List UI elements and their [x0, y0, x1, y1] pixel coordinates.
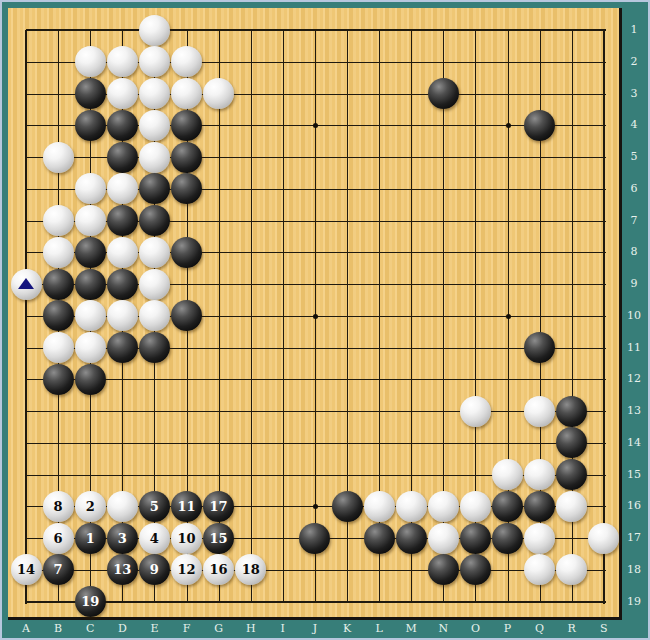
move-number: 19 — [81, 595, 99, 608]
grid-line-horizontal — [26, 411, 606, 412]
stone-D9[interactable] — [107, 269, 138, 300]
stone-B11[interactable] — [43, 332, 74, 363]
stone-N3[interactable] — [428, 78, 459, 109]
stone-O17[interactable] — [460, 523, 491, 554]
triangle-marker — [18, 278, 34, 289]
stone-N18[interactable] — [428, 554, 459, 585]
column-label-H: H — [243, 623, 259, 635]
move-number: 6 — [54, 532, 63, 545]
stone-P16[interactable] — [492, 491, 523, 522]
stone-E10[interactable] — [139, 300, 170, 331]
stone-E5[interactable] — [139, 142, 170, 173]
stone-C19[interactable]: 19 — [75, 586, 106, 617]
stone-C6[interactable] — [75, 173, 106, 204]
stone-N17[interactable] — [428, 523, 459, 554]
stone-B9[interactable] — [43, 269, 74, 300]
move-number: 12 — [177, 563, 195, 576]
row-label-12: 12 — [625, 373, 643, 385]
row-label-14: 14 — [625, 437, 643, 449]
stone-B8[interactable] — [43, 237, 74, 268]
stone-Q16[interactable] — [524, 491, 555, 522]
stone-A9[interactable] — [11, 269, 42, 300]
move-number: 10 — [177, 532, 195, 545]
stone-D3[interactable] — [107, 78, 138, 109]
row-label-10: 10 — [625, 310, 643, 322]
stone-G17[interactable]: 15 — [203, 523, 234, 554]
row-label-4: 4 — [625, 119, 643, 131]
stone-D17[interactable]: 3 — [107, 523, 138, 554]
row-label-11: 11 — [625, 342, 643, 354]
stone-C2[interactable] — [75, 46, 106, 77]
stone-Q4[interactable] — [524, 110, 555, 141]
column-label-K: K — [339, 623, 355, 635]
stone-G16[interactable]: 17 — [203, 491, 234, 522]
grid-line-horizontal — [26, 379, 606, 380]
stone-D8[interactable] — [107, 237, 138, 268]
row-label-3: 3 — [625, 88, 643, 100]
stone-C9[interactable] — [75, 269, 106, 300]
stone-E8[interactable] — [139, 237, 170, 268]
column-label-J: J — [307, 623, 323, 635]
row-label-16: 16 — [625, 500, 643, 512]
row-label-2: 2 — [625, 56, 643, 68]
stone-C3[interactable] — [75, 78, 106, 109]
column-label-Q: Q — [532, 623, 548, 635]
grid-line-horizontal — [26, 443, 606, 444]
move-number: 17 — [210, 500, 228, 513]
stone-D5[interactable] — [107, 142, 138, 173]
stone-D18[interactable]: 13 — [107, 554, 138, 585]
stone-D6[interactable] — [107, 173, 138, 204]
stone-B16[interactable]: 8 — [43, 491, 74, 522]
column-label-G: G — [211, 623, 227, 635]
column-label-A: A — [18, 623, 34, 635]
row-label-18: 18 — [625, 564, 643, 576]
stone-O16[interactable] — [460, 491, 491, 522]
star-point-J10 — [313, 314, 318, 319]
stone-E6[interactable] — [139, 173, 170, 204]
stone-Q15[interactable] — [524, 459, 555, 490]
stone-E17[interactable]: 4 — [139, 523, 170, 554]
move-number: 14 — [17, 563, 35, 576]
stone-C17[interactable]: 1 — [75, 523, 106, 554]
row-label-13: 13 — [625, 405, 643, 417]
stone-E1[interactable] — [139, 15, 170, 46]
stone-E4[interactable] — [139, 110, 170, 141]
stone-E2[interactable] — [139, 46, 170, 77]
row-label-8: 8 — [625, 246, 643, 258]
stone-B18[interactable]: 7 — [43, 554, 74, 585]
row-label-5: 5 — [625, 151, 643, 163]
stone-N16[interactable] — [428, 491, 459, 522]
column-label-C: C — [82, 623, 98, 635]
star-point-P4 — [506, 123, 511, 128]
stone-C8[interactable] — [75, 237, 106, 268]
move-number: 13 — [113, 563, 131, 576]
stone-S17[interactable] — [588, 523, 619, 554]
stone-K16[interactable] — [332, 491, 363, 522]
stone-M16[interactable] — [396, 491, 427, 522]
row-label-15: 15 — [625, 469, 643, 481]
stone-R13[interactable] — [556, 396, 587, 427]
move-number: 8 — [54, 500, 63, 513]
grid-line-vertical — [603, 30, 605, 604]
stone-E3[interactable] — [139, 78, 170, 109]
move-number: 16 — [210, 563, 228, 576]
move-number: 9 — [150, 563, 159, 576]
stone-G3[interactable] — [203, 78, 234, 109]
stone-C16[interactable]: 2 — [75, 491, 106, 522]
move-number: 15 — [210, 532, 228, 545]
stone-E16[interactable]: 5 — [139, 491, 170, 522]
row-label-6: 6 — [625, 183, 643, 195]
stone-C7[interactable] — [75, 205, 106, 236]
stone-B12[interactable] — [43, 364, 74, 395]
stone-F5[interactable] — [171, 142, 202, 173]
star-point-P10 — [506, 314, 511, 319]
stone-E11[interactable] — [139, 332, 170, 363]
stone-Q11[interactable] — [524, 332, 555, 363]
stone-P15[interactable] — [492, 459, 523, 490]
column-label-R: R — [564, 623, 580, 635]
stone-B17[interactable]: 6 — [43, 523, 74, 554]
row-label-1: 1 — [625, 24, 643, 36]
stone-C11[interactable] — [75, 332, 106, 363]
stone-J17[interactable] — [299, 523, 330, 554]
move-number: 5 — [150, 500, 159, 513]
stone-Q17[interactable] — [524, 523, 555, 554]
grid-line-horizontal — [26, 601, 606, 603]
stone-D2[interactable] — [107, 46, 138, 77]
stone-D10[interactable] — [107, 300, 138, 331]
stone-F8[interactable] — [171, 237, 202, 268]
column-label-O: O — [467, 623, 483, 635]
move-number: 1 — [86, 532, 95, 545]
column-label-B: B — [50, 623, 66, 635]
column-label-F: F — [179, 623, 195, 635]
move-number: 18 — [242, 563, 260, 576]
stone-O13[interactable] — [460, 396, 491, 427]
stone-B5[interactable] — [43, 142, 74, 173]
stone-F3[interactable] — [171, 78, 202, 109]
move-number: 4 — [150, 532, 159, 545]
column-label-S: S — [596, 623, 612, 635]
stone-A18[interactable]: 14 — [11, 554, 42, 585]
row-label-9: 9 — [625, 278, 643, 290]
stone-F17[interactable]: 10 — [171, 523, 202, 554]
column-label-I: I — [275, 623, 291, 635]
stone-L16[interactable] — [364, 491, 395, 522]
move-number: 7 — [54, 563, 63, 576]
stone-L17[interactable] — [364, 523, 395, 554]
stone-D16[interactable] — [107, 491, 138, 522]
grid-line-horizontal — [26, 29, 606, 31]
stone-R16[interactable] — [556, 491, 587, 522]
move-number: 2 — [86, 500, 95, 513]
column-label-N: N — [435, 623, 451, 635]
row-label-7: 7 — [625, 215, 643, 227]
move-number: 11 — [177, 500, 195, 513]
column-label-M: M — [403, 623, 419, 635]
stone-D7[interactable] — [107, 205, 138, 236]
stone-B7[interactable] — [43, 205, 74, 236]
row-label-17: 17 — [625, 532, 643, 544]
column-label-D: D — [114, 623, 130, 635]
stone-F16[interactable]: 11 — [171, 491, 202, 522]
stone-P17[interactable] — [492, 523, 523, 554]
stone-C10[interactable] — [75, 300, 106, 331]
stone-M17[interactable] — [396, 523, 427, 554]
stone-F4[interactable] — [171, 110, 202, 141]
column-label-E: E — [146, 623, 162, 635]
stone-Q13[interactable] — [524, 396, 555, 427]
stone-D4[interactable] — [107, 110, 138, 141]
grid-line-vertical — [25, 30, 27, 604]
stone-C12[interactable] — [75, 364, 106, 395]
column-label-L: L — [371, 623, 387, 635]
stone-D11[interactable] — [107, 332, 138, 363]
move-number: 3 — [118, 532, 127, 545]
go-diagram-window: 82511176134101514713912161819ABCDEFGHIJK… — [0, 0, 650, 640]
stone-C4[interactable] — [75, 110, 106, 141]
column-label-P: P — [500, 623, 516, 635]
stone-E9[interactable] — [139, 269, 170, 300]
stone-E7[interactable] — [139, 205, 170, 236]
row-label-19: 19 — [625, 596, 643, 608]
stone-B10[interactable] — [43, 300, 74, 331]
